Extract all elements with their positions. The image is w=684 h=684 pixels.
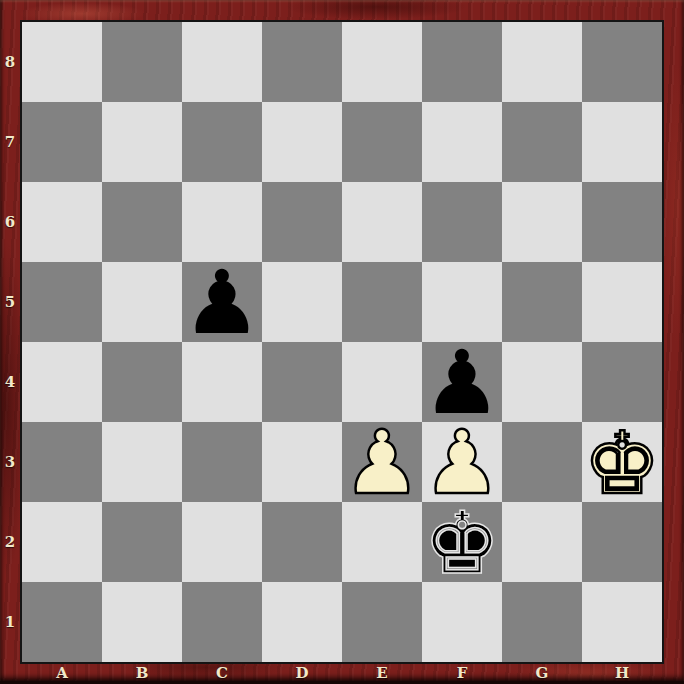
file-label-f: F bbox=[422, 662, 502, 684]
rank-label-5: 5 bbox=[0, 262, 20, 342]
square-e2[interactable] bbox=[342, 502, 422, 582]
square-a8[interactable] bbox=[22, 22, 102, 102]
file-label-a: A bbox=[22, 662, 102, 684]
file-label-c: C bbox=[182, 662, 262, 684]
square-f8[interactable] bbox=[422, 22, 502, 102]
square-g3[interactable] bbox=[502, 422, 582, 502]
square-d3[interactable] bbox=[262, 422, 342, 502]
rank-label-8: 8 bbox=[0, 22, 20, 102]
square-d8[interactable] bbox=[262, 22, 342, 102]
square-g2[interactable] bbox=[502, 502, 582, 582]
square-e4[interactable] bbox=[342, 342, 422, 422]
square-f1[interactable] bbox=[422, 582, 502, 662]
square-d7[interactable] bbox=[262, 102, 342, 182]
square-c5[interactable]: ♟ bbox=[182, 262, 262, 342]
square-b6[interactable] bbox=[102, 182, 182, 262]
square-e5[interactable] bbox=[342, 262, 422, 342]
square-b1[interactable] bbox=[102, 582, 182, 662]
square-c7[interactable] bbox=[182, 102, 262, 182]
square-g8[interactable] bbox=[502, 22, 582, 102]
square-a3[interactable] bbox=[22, 422, 102, 502]
square-f4[interactable]: ♟ bbox=[422, 342, 502, 422]
square-h2[interactable] bbox=[582, 502, 662, 582]
square-e8[interactable] bbox=[342, 22, 422, 102]
rank-label-3: 3 bbox=[0, 422, 20, 502]
square-f2[interactable]: ♚ bbox=[422, 502, 502, 582]
rank-labels: 87654321 bbox=[0, 22, 20, 662]
square-b3[interactable] bbox=[102, 422, 182, 502]
chess-board-frame: 87654321 ♟♟♟♟♚♚ ABCDEFGH bbox=[0, 0, 684, 684]
rank-label-6: 6 bbox=[0, 182, 20, 262]
square-h4[interactable] bbox=[582, 342, 662, 422]
square-h3[interactable]: ♚ bbox=[582, 422, 662, 502]
square-g7[interactable] bbox=[502, 102, 582, 182]
square-a5[interactable] bbox=[22, 262, 102, 342]
rank-label-2: 2 bbox=[0, 502, 20, 582]
file-label-b: B bbox=[102, 662, 182, 684]
square-e3[interactable]: ♟ bbox=[342, 422, 422, 502]
square-c4[interactable] bbox=[182, 342, 262, 422]
white-king-h3[interactable]: ♚ bbox=[583, 423, 660, 503]
square-d4[interactable] bbox=[262, 342, 342, 422]
square-g4[interactable] bbox=[502, 342, 582, 422]
rank-label-4: 4 bbox=[0, 342, 20, 422]
square-c2[interactable] bbox=[182, 502, 262, 582]
square-h5[interactable] bbox=[582, 262, 662, 342]
square-b2[interactable] bbox=[102, 502, 182, 582]
black-king-f2[interactable]: ♚ bbox=[423, 503, 500, 583]
chess-board: ♟♟♟♟♚♚ bbox=[20, 20, 664, 664]
rank-label-7: 7 bbox=[0, 102, 20, 182]
file-label-d: D bbox=[262, 662, 342, 684]
square-c3[interactable] bbox=[182, 422, 262, 502]
square-h7[interactable] bbox=[582, 102, 662, 182]
square-c1[interactable] bbox=[182, 582, 262, 662]
file-label-e: E bbox=[342, 662, 422, 684]
square-d1[interactable] bbox=[262, 582, 342, 662]
square-f5[interactable] bbox=[422, 262, 502, 342]
square-d2[interactable] bbox=[262, 502, 342, 582]
square-h8[interactable] bbox=[582, 22, 662, 102]
square-d5[interactable] bbox=[262, 262, 342, 342]
file-labels: ABCDEFGH bbox=[22, 662, 662, 684]
file-label-g: G bbox=[502, 662, 582, 684]
rank-label-1: 1 bbox=[0, 582, 20, 662]
square-f7[interactable] bbox=[422, 102, 502, 182]
square-g1[interactable] bbox=[502, 582, 582, 662]
square-d6[interactable] bbox=[262, 182, 342, 262]
square-h1[interactable] bbox=[582, 582, 662, 662]
square-a4[interactable] bbox=[22, 342, 102, 422]
square-h6[interactable] bbox=[582, 182, 662, 262]
square-b8[interactable] bbox=[102, 22, 182, 102]
square-c6[interactable] bbox=[182, 182, 262, 262]
white-pawn-f3[interactable]: ♟ bbox=[423, 423, 502, 503]
square-f6[interactable] bbox=[422, 182, 502, 262]
black-pawn-c5[interactable]: ♟ bbox=[183, 263, 262, 343]
square-a1[interactable] bbox=[22, 582, 102, 662]
square-g6[interactable] bbox=[502, 182, 582, 262]
square-e7[interactable] bbox=[342, 102, 422, 182]
square-b7[interactable] bbox=[102, 102, 182, 182]
white-pawn-e3[interactable]: ♟ bbox=[343, 423, 422, 503]
square-a7[interactable] bbox=[22, 102, 102, 182]
square-e1[interactable] bbox=[342, 582, 422, 662]
square-e6[interactable] bbox=[342, 182, 422, 262]
square-a2[interactable] bbox=[22, 502, 102, 582]
square-c8[interactable] bbox=[182, 22, 262, 102]
square-f3[interactable]: ♟ bbox=[422, 422, 502, 502]
file-label-h: H bbox=[582, 662, 662, 684]
square-b5[interactable] bbox=[102, 262, 182, 342]
square-b4[interactable] bbox=[102, 342, 182, 422]
square-a6[interactable] bbox=[22, 182, 102, 262]
square-g5[interactable] bbox=[502, 262, 582, 342]
